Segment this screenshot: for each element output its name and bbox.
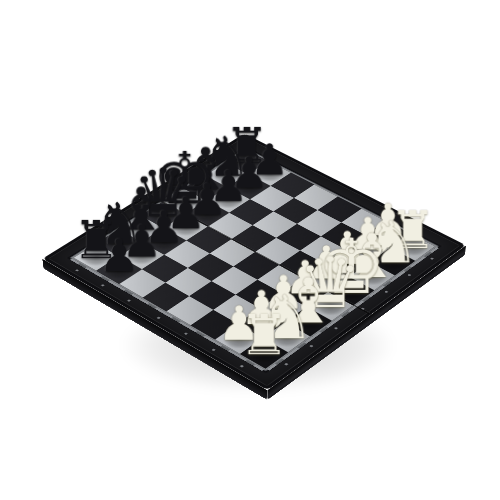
rivet <box>384 290 388 293</box>
rivet <box>211 348 215 351</box>
chess-board: ♜♞♝♛♚♝♞♜♟♟♟♟♟♟♟♟♟♟♟♟♟♟♟♟♜♞♝♛♚♝♞♜ <box>42 133 466 390</box>
rivet <box>75 269 79 272</box>
square-e6[interactable] <box>208 213 252 239</box>
square-d5[interactable] <box>210 239 255 266</box>
rivet <box>309 345 313 348</box>
square-a1[interactable]: ♜ <box>240 338 288 369</box>
square-d6[interactable] <box>186 227 231 254</box>
board-squares: ♜♞♝♛♚♝♞♜♟♟♟♟♟♟♟♟♟♟♟♟♟♟♟♟♜♞♝♛♚♝♞♜ <box>74 150 436 369</box>
rivet <box>407 274 411 277</box>
rivet <box>334 327 338 330</box>
product-photo: ♜♞♝♛♚♝♞♜♟♟♟♟♟♟♟♟♟♟♟♟♟♟♟♟♜♞♝♛♚♝♞♜ <box>0 0 500 500</box>
rivet <box>101 284 105 287</box>
rivet <box>184 332 188 335</box>
rivet <box>156 316 160 319</box>
scene: ♜♞♝♛♚♝♞♜♟♟♟♟♟♟♟♟♟♟♟♟♟♟♟♟♜♞♝♛♚♝♞♜ <box>0 0 500 500</box>
rivet <box>127 299 131 302</box>
rivet <box>240 365 245 368</box>
rivet <box>284 363 289 366</box>
rivet <box>430 257 434 260</box>
